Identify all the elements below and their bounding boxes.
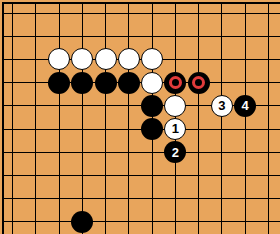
stone-black-circled [188, 72, 210, 94]
stone-black [141, 95, 163, 117]
circle-mark-icon [169, 76, 182, 89]
intersection-c8-r5 [164, 94, 187, 117]
intersection-c6-r3 [117, 48, 140, 71]
intersection-c6-r4 [117, 71, 140, 94]
intersection-c8-r7: 2 [164, 141, 187, 164]
stone-white [164, 95, 186, 117]
intersection-c10-r5: 3 [210, 94, 233, 117]
intersection-c8-r4 [164, 71, 187, 94]
intersection-c7-r5 [140, 94, 163, 117]
stone-white [95, 48, 117, 70]
intersection-c7-r6 [140, 117, 163, 140]
stone-white [141, 72, 163, 94]
intersection-c4-r10 [71, 210, 94, 233]
stone-black-circled [164, 72, 186, 94]
board-intersections: 3412 [1, 1, 280, 233]
intersection-c9-r4 [187, 71, 210, 94]
stone-white-move-1: 1 [164, 118, 186, 140]
stone-white [71, 48, 93, 70]
stone-white-move-3: 3 [211, 95, 233, 117]
intersection-c7-r4 [140, 71, 163, 94]
go-board: 3412 [0, 0, 280, 234]
stone-black [71, 211, 93, 233]
intersection-c11-r5: 4 [234, 94, 257, 117]
stone-white [118, 48, 140, 70]
intersection-c8-r6: 1 [164, 117, 187, 140]
intersection-c5-r4 [94, 71, 117, 94]
stone-black [71, 72, 93, 94]
intersection-c4-r3 [71, 48, 94, 71]
stone-black [118, 72, 140, 94]
intersection-c3-r4 [47, 71, 70, 94]
stone-black-move-2: 2 [164, 141, 186, 163]
stone-black [141, 118, 163, 140]
intersection-c7-r3 [140, 48, 163, 71]
stone-black-move-4: 4 [234, 95, 256, 117]
intersection-c5-r3 [94, 48, 117, 71]
circle-mark-icon [192, 76, 205, 89]
intersection-c4-r4 [71, 71, 94, 94]
stone-black [95, 72, 117, 94]
stone-white [48, 48, 70, 70]
stone-black [48, 72, 70, 94]
intersection-c3-r3 [47, 48, 70, 71]
stone-white [141, 48, 163, 70]
